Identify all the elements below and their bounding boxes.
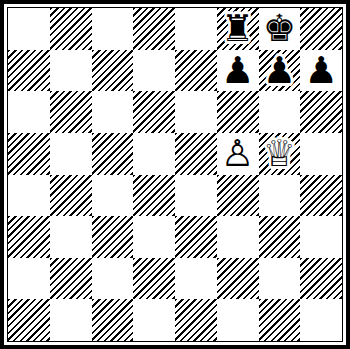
piece-black-king[interactable]: ♚ <box>259 8 301 50</box>
square-g2[interactable] <box>259 258 301 300</box>
piece-white-pawn[interactable]: ♙ <box>217 133 259 175</box>
square-h2[interactable] <box>300 258 342 300</box>
square-h8[interactable] <box>300 8 342 50</box>
square-g7[interactable]: ♟ <box>259 50 301 92</box>
square-h1[interactable] <box>300 299 342 341</box>
square-d3[interactable] <box>133 216 175 258</box>
chess-board: ♜♚♟♟♟♟♙♛♕ <box>8 8 342 341</box>
square-c5[interactable] <box>92 133 134 175</box>
square-f7[interactable]: ♟ <box>217 50 259 92</box>
square-b8[interactable] <box>50 8 92 50</box>
piece-black-pawn[interactable]: ♟ <box>259 50 301 92</box>
square-e5[interactable] <box>175 133 217 175</box>
square-g4[interactable] <box>259 175 301 217</box>
piece-black-rook[interactable]: ♜ <box>217 8 259 50</box>
square-f1[interactable] <box>217 299 259 341</box>
square-a5[interactable] <box>8 133 50 175</box>
square-f8[interactable]: ♜ <box>217 8 259 50</box>
square-e3[interactable] <box>175 216 217 258</box>
square-f4[interactable] <box>217 175 259 217</box>
square-h7[interactable]: ♟ <box>300 50 342 92</box>
square-f5[interactable]: ♟♙ <box>217 133 259 175</box>
square-b2[interactable] <box>50 258 92 300</box>
square-h4[interactable] <box>300 175 342 217</box>
square-d6[interactable] <box>133 91 175 133</box>
square-b4[interactable] <box>50 175 92 217</box>
chess-diagram-inner-border: ♜♚♟♟♟♟♙♛♕ <box>7 7 343 342</box>
square-d8[interactable] <box>133 8 175 50</box>
square-c4[interactable] <box>92 175 134 217</box>
square-b3[interactable] <box>50 216 92 258</box>
square-a3[interactable] <box>8 216 50 258</box>
square-e4[interactable] <box>175 175 217 217</box>
square-e6[interactable] <box>175 91 217 133</box>
square-c2[interactable] <box>92 258 134 300</box>
square-d1[interactable] <box>133 299 175 341</box>
square-e8[interactable] <box>175 8 217 50</box>
square-g5[interactable]: ♛♕ <box>259 133 301 175</box>
square-c6[interactable] <box>92 91 134 133</box>
square-a4[interactable] <box>8 175 50 217</box>
square-a1[interactable] <box>8 299 50 341</box>
square-e1[interactable] <box>175 299 217 341</box>
square-b7[interactable] <box>50 50 92 92</box>
square-b6[interactable] <box>50 91 92 133</box>
square-b5[interactable] <box>50 133 92 175</box>
piece-black-pawn[interactable]: ♟ <box>217 50 259 92</box>
square-c7[interactable] <box>92 50 134 92</box>
square-a6[interactable] <box>8 91 50 133</box>
square-a7[interactable] <box>8 50 50 92</box>
square-b1[interactable] <box>50 299 92 341</box>
square-f3[interactable] <box>217 216 259 258</box>
square-g6[interactable] <box>259 91 301 133</box>
square-h5[interactable] <box>300 133 342 175</box>
square-f2[interactable] <box>217 258 259 300</box>
square-d5[interactable] <box>133 133 175 175</box>
square-e2[interactable] <box>175 258 217 300</box>
square-g3[interactable] <box>259 216 301 258</box>
square-h6[interactable] <box>300 91 342 133</box>
square-g8[interactable]: ♚ <box>259 8 301 50</box>
square-a8[interactable] <box>8 8 50 50</box>
piece-white-queen[interactable]: ♕ <box>259 133 301 175</box>
square-g1[interactable] <box>259 299 301 341</box>
piece-black-pawn[interactable]: ♟ <box>300 50 342 92</box>
square-f6[interactable] <box>217 91 259 133</box>
square-d7[interactable] <box>133 50 175 92</box>
square-c3[interactable] <box>92 216 134 258</box>
chess-diagram-frame: ♜♚♟♟♟♟♙♛♕ <box>0 0 350 349</box>
square-c8[interactable] <box>92 8 134 50</box>
square-d2[interactable] <box>133 258 175 300</box>
square-a2[interactable] <box>8 258 50 300</box>
square-e7[interactable] <box>175 50 217 92</box>
square-h3[interactable] <box>300 216 342 258</box>
square-c1[interactable] <box>92 299 134 341</box>
square-d4[interactable] <box>133 175 175 217</box>
